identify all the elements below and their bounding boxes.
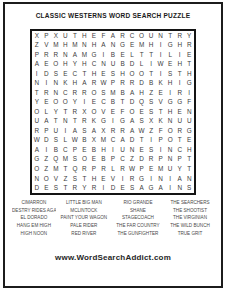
grid-cell: I (165, 183, 175, 193)
grid-cell: W (127, 164, 137, 174)
grid-cell: O (61, 98, 71, 108)
grid-cell: H (99, 145, 109, 155)
grid-cell: E (137, 145, 147, 155)
grid-cell: S (51, 183, 61, 193)
grid-cell: P (89, 164, 99, 174)
grid-cell: P (137, 164, 147, 174)
grid-cell: Y (51, 107, 61, 117)
grid-cell: E (184, 136, 194, 146)
grid-cell: Z (32, 41, 42, 51)
word-item: THE GUNFIGHTER (112, 231, 164, 236)
grid-cell: H (184, 69, 194, 79)
grid-cell: U (108, 60, 118, 70)
grid-cell: I (146, 174, 156, 184)
grid-cell: I (156, 50, 166, 60)
grid-cell: E (42, 60, 52, 70)
grid-cell: S (70, 174, 80, 184)
grid-cell: R (80, 164, 90, 174)
grid-cell: A (127, 88, 137, 98)
word-item: RED RIVER (58, 231, 110, 236)
grid-cell: O (32, 164, 42, 174)
grid-cell: E (89, 31, 99, 41)
grid-cell: G (165, 41, 175, 51)
grid-cell: T (165, 31, 175, 41)
word-list: CIMARRONLITTLE BIG MANRIO GRANDETHE SEAR… (12, 200, 214, 236)
grid-cell: B (80, 136, 90, 146)
grid-cell: R (89, 79, 99, 89)
grid-cell: O (165, 136, 175, 146)
grid-cell: I (42, 145, 52, 155)
grid-cell: S (70, 155, 80, 165)
grid-cell: X (80, 107, 90, 117)
grid-cell: T (175, 69, 185, 79)
grid-cell: L (61, 136, 71, 146)
grid-cell: H (80, 31, 90, 41)
grid-cell: R (108, 126, 118, 136)
grid-cell: N (61, 117, 71, 127)
grid-cell: M (80, 50, 90, 60)
grid-cell: B (146, 79, 156, 89)
grid-cell: X (32, 31, 42, 41)
grid-cell: N (175, 183, 185, 193)
grid-cell: B (51, 145, 61, 155)
grid-cell: T (175, 136, 185, 146)
grid-cell: L (127, 50, 137, 60)
grid-cell: T (61, 164, 71, 174)
footer-link[interactable]: www.WordSearchAddict.com (5, 253, 221, 262)
grid-cell: H (165, 107, 175, 117)
grid-cell: V (51, 174, 61, 184)
grid-cell: R (118, 79, 128, 89)
grid-cell: D (108, 183, 118, 193)
grid-cell: F (118, 107, 128, 117)
grid-cell: S (146, 107, 156, 117)
grid-cell: R (118, 164, 128, 174)
grid-cell: X (51, 31, 61, 41)
grid-cell: C (127, 31, 137, 41)
grid-cell: R (70, 107, 80, 117)
word-item: PAINT YOUR WAGON (58, 215, 110, 220)
grid-cell: S (165, 69, 175, 79)
grid-cell: O (137, 69, 147, 79)
grid-cell: X (146, 117, 156, 127)
grid-cell: N (32, 79, 42, 89)
grid-cell: P (42, 126, 52, 136)
grid-cell: R (127, 174, 137, 184)
grid-cell: A (156, 183, 166, 193)
grid-cell: V (99, 107, 109, 117)
grid-cell: C (61, 88, 71, 98)
grid-cell: E (118, 50, 128, 60)
grid-cell: U (51, 126, 61, 136)
word-item: RIO GRANDE (112, 200, 164, 205)
grid-cell: M (99, 136, 109, 146)
grid-cell: N (51, 79, 61, 89)
word-item: LITTLE BIG MAN (58, 200, 110, 205)
grid-cell: F (184, 98, 194, 108)
grid-cell: T (70, 117, 80, 127)
grid-cell: I (146, 136, 156, 146)
grid-cell: A (32, 60, 42, 70)
grid-cell: Z (61, 174, 71, 184)
word-item: THE VIRGINIAN (166, 215, 214, 220)
grid-cell: N (80, 41, 90, 51)
grid-cell: R (175, 88, 185, 98)
grid-cell: H (137, 88, 147, 98)
word-item: DESTRY RIDES AGAIN (12, 208, 56, 213)
grid-cell: R (80, 88, 90, 98)
grid-cell: H (89, 41, 99, 51)
grid-cell: D (137, 79, 147, 89)
grid-cell: W (156, 60, 166, 70)
grid-cell: H (61, 41, 71, 51)
grid-cell: I (80, 98, 90, 108)
grid-cell: O (127, 107, 137, 117)
grid-cell: T (137, 136, 147, 146)
grid-cell: B (108, 98, 118, 108)
grid-cell: N (51, 88, 61, 98)
grid-cell: T (156, 107, 166, 117)
grid-cell: W (137, 126, 147, 136)
grid-cell: H (184, 145, 194, 155)
grid-cell: E (99, 69, 109, 79)
grid-cell: I (99, 183, 109, 193)
grid-cell: H (165, 79, 175, 89)
grid-cell: X (89, 136, 99, 146)
word-search-grid: XPXUTHEFARCOUNTRYZVMHMNHANGEMHIGHRPRRNAM… (30, 29, 196, 195)
grid-cell: F (99, 31, 109, 41)
grid-cell: M (137, 41, 147, 51)
grid-cell: R (42, 88, 52, 98)
grid-cell: N (127, 145, 137, 155)
grid-cell: N (108, 41, 118, 51)
grid-cell: I (99, 50, 109, 60)
grid-cell: O (51, 60, 61, 70)
grid-cell: T (51, 117, 61, 127)
grid-cell: T (80, 69, 90, 79)
grid-cell: E (156, 88, 166, 98)
grid-cell: O (127, 69, 137, 79)
grid-cell: G (89, 50, 99, 60)
grid-cell: O (51, 98, 61, 108)
grid-cell: A (99, 41, 109, 51)
grid-cell: P (156, 155, 166, 165)
grid-cell: K (89, 117, 99, 127)
grid-cell: Y (80, 183, 90, 193)
grid-cell: Z (42, 164, 52, 174)
grid-cell: Y (175, 164, 185, 174)
grid-cell: B (89, 145, 99, 155)
grid-cell: S (108, 69, 118, 79)
grid-cell: W (99, 79, 109, 89)
grid-cell: H (61, 60, 71, 70)
grid-cell: I (175, 50, 185, 60)
word-item: THE WILD BUNCH (166, 223, 214, 228)
grid-cell: N (184, 174, 194, 184)
grid-cell: R (99, 164, 109, 174)
grid-cell: U (32, 117, 42, 127)
grid-cell: E (42, 183, 52, 193)
grid-cell: B (99, 155, 109, 165)
grid-cell: A (127, 117, 137, 127)
grid-cell: A (70, 126, 80, 136)
grid-cell: I (42, 79, 52, 89)
grid-cell: R (89, 183, 99, 193)
grid-cell: G (175, 98, 185, 108)
grid-cell: O (32, 107, 42, 117)
grid-cell: L (42, 107, 52, 117)
grid-cell: T (137, 50, 147, 60)
grid-cell: H (175, 41, 185, 51)
grid-cell: M (51, 164, 61, 174)
grid-cell: A (127, 126, 137, 136)
grid-cell: I (156, 69, 166, 79)
grid-cell: M (108, 88, 118, 98)
grid-cell: A (32, 145, 42, 155)
grid-cell: O (137, 31, 147, 41)
grid-cell: I (165, 88, 175, 98)
grid-cell: I (108, 117, 118, 127)
grid-cell: R (70, 183, 80, 193)
grid-cell: I (156, 145, 166, 155)
grid-cell: B (118, 60, 128, 70)
grid-cell: G (146, 183, 156, 193)
grid-cell: A (89, 126, 99, 136)
grid-cell: N (165, 117, 175, 127)
word-item: MCLINTOCK (58, 208, 110, 213)
grid-cell: E (146, 164, 156, 174)
grid-cell: N (165, 155, 175, 165)
grid-cell: S (137, 117, 147, 127)
grid-cell: W (70, 136, 80, 146)
grid-cell: E (118, 183, 128, 193)
grid-cell: G (32, 155, 42, 165)
grid-cell: C (175, 145, 185, 155)
grid-cell: T (146, 50, 156, 60)
grid-cell: P (175, 155, 185, 165)
grid-cell: Y (184, 31, 194, 41)
grid-cell: O (80, 155, 90, 165)
puzzle-title: CLASSIC WESTERNS WORD SEARCH PUZZLE (5, 12, 221, 19)
grid-cell: A (42, 117, 52, 127)
grid-cell: P (156, 136, 166, 146)
grid-cell: I (156, 41, 166, 51)
grid-cell: E (108, 107, 118, 117)
grid-cell: S (184, 183, 194, 193)
grid-cell: Z (146, 88, 156, 98)
grid-cell: I (108, 145, 118, 155)
grid-cell: E (80, 145, 90, 155)
grid-cell: I (184, 88, 194, 98)
grid-cell: P (108, 79, 118, 89)
word-item: TRUE GRIT (166, 231, 214, 236)
grid-cell: A (137, 183, 147, 193)
grid-cell: H (70, 79, 80, 89)
word-item: EL DORADO (12, 215, 56, 220)
grid-cell: D (127, 98, 137, 108)
grid-cell: S (146, 145, 156, 155)
grid-cell: L (108, 164, 118, 174)
grid-cell: Y (32, 98, 42, 108)
grid-cell: T (184, 164, 194, 174)
word-item: THE FAR COUNTRY (112, 223, 164, 228)
grid-cell: N (165, 145, 175, 155)
grid-cell: S (51, 69, 61, 79)
grid-cell: R (42, 50, 52, 60)
grid-cell: K (156, 117, 166, 127)
grid-cell: H (118, 69, 128, 79)
grid-cell: Y (70, 60, 80, 70)
grid-cell: G (118, 41, 128, 51)
grid-cell: Y (70, 98, 80, 108)
grid-cell: G (184, 79, 194, 89)
grid-cell: O (89, 107, 99, 117)
grid-cell: F (156, 126, 166, 136)
grid-cell: U (184, 117, 194, 127)
grid-cell: C (118, 155, 128, 165)
grid-cell: P (70, 145, 80, 155)
grid-cell: M (70, 41, 80, 51)
grid-cell: N (99, 60, 109, 70)
grid-cell: P (42, 31, 52, 41)
grid-cell: S (80, 126, 90, 136)
grid-cell: H (89, 174, 99, 184)
grid-cell: B (118, 88, 128, 98)
grid-cell: I (61, 126, 71, 136)
grid-cell: M (51, 41, 61, 51)
grid-cell: T (80, 174, 90, 184)
grid-cell: N (61, 50, 71, 60)
grid-cell: P (108, 155, 118, 165)
grid-cell: U (146, 31, 156, 41)
grid-cell: Q (137, 98, 147, 108)
grid-cell: A (108, 31, 118, 41)
puzzle-page: CLASSIC WESTERNS WORD SEARCH PUZZLE XPXU… (3, 2, 223, 288)
grid-cell: U (61, 31, 71, 41)
grid-cell: R (184, 41, 194, 51)
grid-cell: S (146, 98, 156, 108)
grid-cell: E (42, 98, 52, 108)
grid-cell: X (99, 126, 109, 136)
grid-cell: C (108, 136, 118, 146)
grid-cell: E (61, 69, 71, 79)
grid-cell: Q (70, 164, 80, 174)
word-item: HANG EM HIGH (12, 223, 56, 228)
grid-cell: Z (42, 155, 52, 165)
grid-cell: R (118, 31, 128, 41)
grid-cell: R (70, 88, 80, 98)
grid-cell: V (42, 41, 52, 51)
grid-cell: I (146, 60, 156, 70)
grid-cell: C (70, 69, 80, 79)
grid-cell: Z (127, 155, 137, 165)
grid-cell: G (165, 98, 175, 108)
grid-cell: R (127, 79, 137, 89)
grid-cell: H (80, 60, 90, 70)
grid-cell: E (127, 41, 137, 51)
grid-cell: O (165, 126, 175, 136)
grid-cell: U (175, 117, 185, 127)
grid-cell: N (184, 107, 194, 117)
grid-cell: C (99, 98, 109, 108)
grid-cell: H (175, 60, 185, 70)
grid-cell: R (175, 126, 185, 136)
grid-cell: W (32, 136, 42, 146)
grid-cell: E (184, 50, 194, 60)
grid-cell: A (80, 79, 90, 89)
grid-cell: D (42, 136, 52, 146)
grid-cell: I (175, 79, 185, 89)
grid-cell: T (70, 31, 80, 41)
grid-cell: E (137, 107, 147, 117)
grid-cell: I (165, 174, 175, 184)
grid-cell: U (118, 145, 128, 155)
grid-cell: I (118, 174, 128, 184)
grid-cell: T (61, 183, 71, 193)
grid-cell: A (70, 50, 80, 60)
grid-cell: C (61, 145, 71, 155)
grid-cell: T (32, 88, 42, 98)
grid-cell: O (89, 88, 99, 98)
grid-cell: S (127, 183, 137, 193)
grid-cell: A (118, 136, 128, 146)
grid-cell: I (32, 69, 42, 79)
grid-cell: M (156, 164, 166, 174)
word-item: THE SEARCHERS (166, 200, 214, 205)
grid-cell: G (118, 117, 128, 127)
grid-cell: R (80, 117, 90, 127)
grid-cell: N (156, 31, 166, 41)
grid-cell: N (156, 174, 166, 184)
grid-cell: T (61, 107, 71, 117)
grid-cell: T (184, 155, 194, 165)
grid-cell: E (175, 107, 185, 117)
grid-cell: K (61, 79, 71, 89)
grid-cell: G (184, 126, 194, 136)
grid-cell: D (127, 136, 137, 146)
grid-cell: Z (146, 126, 156, 136)
grid-cell: R (32, 126, 42, 136)
grid-cell: G (99, 117, 109, 127)
grid-cell: E (89, 98, 99, 108)
word-item: SHANE (112, 208, 164, 213)
grid-cell: M (61, 155, 71, 165)
grid-cell: L (165, 50, 175, 60)
grid-cell: P (32, 50, 42, 60)
grid-cell: E (89, 155, 99, 165)
grid-cell: D (137, 155, 147, 165)
grid-cell: V (108, 174, 118, 184)
grid-cell: R (51, 50, 61, 60)
grid-cell: R (175, 31, 185, 41)
grid-cell: D (42, 69, 52, 79)
grid-cell: E (165, 60, 175, 70)
word-item: STAGECOACH (112, 215, 164, 220)
word-item: CIMARRON (12, 200, 56, 205)
word-item: THE SHOOTIST (166, 208, 214, 213)
grid-cell: T (184, 60, 194, 70)
grid-cell: A (175, 174, 185, 184)
grid-cell: T (146, 69, 156, 79)
grid-cell: R (118, 126, 128, 136)
grid-cell: V (156, 98, 166, 108)
word-item: HIGH NOON (12, 231, 56, 236)
grid-cell: N (32, 174, 42, 184)
grid-cell: E (99, 174, 109, 184)
word-item: PALE RIDER (58, 223, 110, 228)
grid-cell: B (108, 50, 118, 60)
grid-cell: U (165, 164, 175, 174)
